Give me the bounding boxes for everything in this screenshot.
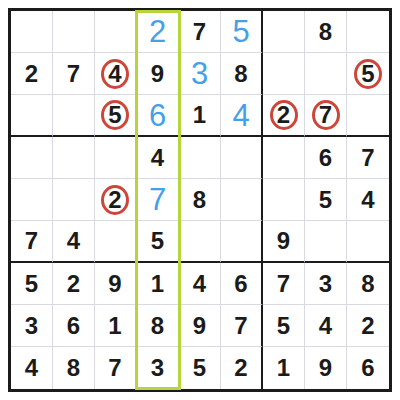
cell-r8c8[interactable]: 4 [305,305,347,347]
given-digit: 5 [151,229,164,253]
entered-digit: 4 [232,100,249,131]
given-digit: 8 [319,20,332,44]
cell-r7c8[interactable]: 3 [305,263,347,305]
given-digit: 5 [277,314,290,338]
given-digit: 4 [193,272,206,296]
cell-r1c5[interactable]: 7 [179,11,221,53]
given-digit: 7 [234,314,247,338]
cell-r7c6[interactable]: 6 [221,263,263,305]
cell-r5c5[interactable]: 8 [179,179,221,221]
given-digit: 7 [193,20,206,44]
given-digit: 3 [25,314,38,338]
given-digit: 6 [319,146,332,170]
cell-r6c4[interactable]: 5 [137,221,179,263]
cell-r8c3[interactable]: 1 [95,305,137,347]
cell-r6c6[interactable] [221,221,263,263]
given-digit: 5 [108,103,121,127]
entered-digit: 5 [232,16,249,47]
cell-r7c7[interactable]: 7 [263,263,305,305]
cell-r6c9[interactable] [347,221,389,263]
cell-r4c7[interactable] [263,137,305,179]
given-digit: 7 [108,356,121,380]
cell-r1c6[interactable]: 5 [221,11,263,53]
given-digit: 8 [234,62,247,86]
given-digit: 8 [151,314,164,338]
cell-r6c2[interactable]: 4 [53,221,95,263]
cell-r7c2[interactable]: 2 [53,263,95,305]
cell-r6c3[interactable] [95,221,137,263]
cell-r3c4[interactable]: 6 [137,95,179,137]
cell-r5c3[interactable]: 2 [95,179,137,221]
given-digit: 2 [277,103,290,127]
given-digit: 1 [277,356,290,380]
given-digit: 1 [193,103,206,127]
given-digit: 5 [319,188,332,212]
cell-r4c4[interactable]: 4 [137,137,179,179]
entered-digit: 6 [149,100,166,131]
cell-r9c8[interactable]: 9 [305,347,347,389]
cell-r1c1[interactable] [11,11,53,53]
given-digit: 2 [361,314,374,338]
cell-r5c7[interactable] [263,179,305,221]
entered-digit: 7 [149,184,166,215]
cell-r3c9[interactable] [347,95,389,137]
given-digit: 4 [108,62,121,86]
cell-r7c5[interactable]: 4 [179,263,221,305]
given-digit: 3 [151,356,164,380]
given-digit: 4 [361,188,374,212]
cell-r5c9[interactable]: 4 [347,179,389,221]
cell-r3c3[interactable]: 5 [95,95,137,137]
cell-r2c2[interactable]: 7 [53,53,95,95]
cell-r2c9[interactable]: 5 [347,53,389,95]
given-digit: 9 [319,356,332,380]
cell-r5c2[interactable] [53,179,95,221]
cell-r3c6[interactable]: 4 [221,95,263,137]
cell-r7c1[interactable]: 5 [11,263,53,305]
cell-r8c5[interactable]: 9 [179,305,221,347]
given-digit: 8 [67,356,80,380]
given-digit: 1 [108,314,121,338]
given-digit: 8 [193,188,206,212]
cell-r9c7[interactable]: 1 [263,347,305,389]
given-digit: 8 [361,272,374,296]
given-digit: 4 [25,356,38,380]
cell-r1c2[interactable] [53,11,95,53]
given-digit: 6 [67,314,80,338]
given-digit: 9 [108,272,121,296]
cell-r5c1[interactable] [11,179,53,221]
cell-r7c9[interactable]: 8 [347,263,389,305]
cell-r9c2[interactable]: 8 [53,347,95,389]
given-digit: 7 [319,103,332,127]
cell-r8c1[interactable]: 3 [11,305,53,347]
given-digit: 9 [277,229,290,253]
cell-r8c2[interactable]: 6 [53,305,95,347]
cell-r6c1[interactable]: 7 [11,221,53,263]
cell-r2c5[interactable]: 3 [179,53,221,95]
cell-r5c4[interactable]: 7 [137,179,179,221]
given-digit: 5 [361,62,374,86]
given-digit: 3 [319,272,332,296]
cell-r3c1[interactable] [11,95,53,137]
cell-r5c8[interactable]: 5 [305,179,347,221]
cell-r8c9[interactable]: 2 [347,305,389,347]
given-digit: 2 [234,356,247,380]
given-digit: 5 [193,356,206,380]
cell-r2c3[interactable]: 4 [95,53,137,95]
cell-r1c7[interactable] [263,11,305,53]
cell-r4c8[interactable]: 6 [305,137,347,179]
cell-r1c4[interactable]: 2 [137,11,179,53]
given-digit: 2 [67,272,80,296]
given-digit: 7 [277,272,290,296]
cell-r8c6[interactable]: 7 [221,305,263,347]
given-digit: 9 [193,314,206,338]
cell-r1c8[interactable]: 8 [305,11,347,53]
cell-r6c5[interactable] [179,221,221,263]
cell-r4c9[interactable]: 7 [347,137,389,179]
cell-r9c6[interactable]: 2 [221,347,263,389]
cell-r4c6[interactable] [221,137,263,179]
cell-r9c1[interactable]: 4 [11,347,53,389]
entered-digit: 2 [149,16,166,47]
cell-r1c3[interactable] [95,11,137,53]
cell-r4c3[interactable] [95,137,137,179]
cell-r2c7[interactable] [263,53,305,95]
cell-r3c2[interactable] [53,95,95,137]
given-digit: 5 [25,272,38,296]
cell-r2c6[interactable]: 8 [221,53,263,95]
cell-r3c7[interactable]: 2 [263,95,305,137]
sudoku-grid: 2758274938556142746727854745952914673836… [11,11,389,389]
cell-r4c1[interactable] [11,137,53,179]
entered-digit: 3 [191,58,208,89]
given-digit: 4 [319,314,332,338]
cell-r5c6[interactable] [221,179,263,221]
sudoku-board: 2758274938556142746727854745952914673836… [8,8,392,392]
given-digit: 9 [151,62,164,86]
given-digit: 6 [361,356,374,380]
cell-r6c7[interactable]: 9 [263,221,305,263]
given-digit: 7 [25,229,38,253]
given-digit: 7 [361,146,374,170]
cell-r4c5[interactable] [179,137,221,179]
cell-r9c9[interactable]: 6 [347,347,389,389]
given-digit: 2 [25,62,38,86]
cell-r2c8[interactable] [305,53,347,95]
cell-r8c7[interactable]: 5 [263,305,305,347]
cell-r3c5[interactable]: 1 [179,95,221,137]
cell-r6c8[interactable] [305,221,347,263]
cell-r7c4[interactable]: 1 [137,263,179,305]
cell-r1c9[interactable] [347,11,389,53]
given-digit: 4 [67,229,80,253]
cell-r8c4[interactable]: 8 [137,305,179,347]
given-digit: 1 [151,272,164,296]
given-digit: 4 [151,146,164,170]
given-digit: 6 [234,272,247,296]
cell-r2c1[interactable]: 2 [11,53,53,95]
cell-r3c8[interactable]: 7 [305,95,347,137]
cell-r9c3[interactable]: 7 [95,347,137,389]
cell-r4c2[interactable] [53,137,95,179]
given-digit: 7 [67,62,80,86]
cell-r9c4[interactable]: 3 [137,347,179,389]
cell-r9c5[interactable]: 5 [179,347,221,389]
given-digit: 2 [108,188,121,212]
cell-r7c3[interactable]: 9 [95,263,137,305]
cell-r2c4[interactable]: 9 [137,53,179,95]
